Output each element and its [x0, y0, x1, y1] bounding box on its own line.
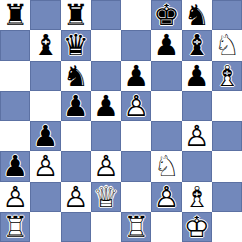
square-h6[interactable]: ♝♗ — [212, 61, 242, 91]
square-a2[interactable]: ♟♙ — [0, 182, 30, 212]
piece-outline: ♖ — [0, 212, 30, 242]
square-h1[interactable] — [212, 212, 242, 242]
piece-white-pawn: ♟♙ — [61, 182, 91, 212]
piece-black-queen: ♛ — [61, 30, 91, 60]
piece-white-king: ♚♔ — [182, 212, 212, 242]
piece-white-bishop: ♝♗ — [182, 182, 212, 212]
piece-black-pawn: ♟ — [182, 61, 212, 91]
piece-outline: ♔ — [182, 212, 212, 242]
square-g2[interactable]: ♝♗ — [182, 182, 212, 212]
square-c3[interactable] — [61, 151, 91, 181]
chess-board: ♜♜♚♞♝♛♟♝♞♘♞♟♟♝♗♟♟♟♙♟♟♙♟♟♙♟♙♞♘♟♙♟♙♛♕♟♙♝♗♜… — [0, 0, 242, 242]
square-g8[interactable]: ♞ — [182, 0, 212, 30]
piece-black-bishop: ♝ — [182, 30, 212, 60]
piece-outline: ♖ — [121, 212, 151, 242]
square-e7[interactable] — [121, 30, 151, 60]
piece-outline: ♗ — [212, 61, 242, 91]
square-a7[interactable] — [0, 30, 30, 60]
piece-outline: ♙ — [91, 151, 121, 181]
piece-outline: ♙ — [121, 91, 151, 121]
square-b1[interactable] — [30, 212, 60, 242]
piece-outline: ♕ — [91, 182, 121, 212]
square-c2[interactable]: ♟♙ — [61, 182, 91, 212]
square-f7[interactable]: ♟ — [151, 30, 181, 60]
square-c1[interactable] — [61, 212, 91, 242]
square-f3[interactable]: ♞♘ — [151, 151, 181, 181]
square-c6[interactable]: ♞ — [61, 61, 91, 91]
piece-white-pawn: ♟♙ — [182, 121, 212, 151]
square-h4[interactable] — [212, 121, 242, 151]
piece-outline: ♙ — [30, 151, 60, 181]
square-f5[interactable] — [151, 91, 181, 121]
piece-outline: ♘ — [151, 151, 181, 181]
square-b4[interactable]: ♟ — [30, 121, 60, 151]
piece-black-pawn: ♟ — [121, 61, 151, 91]
square-g3[interactable] — [182, 151, 212, 181]
piece-outline: ♙ — [182, 121, 212, 151]
square-h3[interactable] — [212, 151, 242, 181]
piece-black-pawn: ♟ — [30, 121, 60, 151]
square-h2[interactable] — [212, 182, 242, 212]
square-a4[interactable] — [0, 121, 30, 151]
piece-outline: ♗ — [182, 182, 212, 212]
square-e2[interactable] — [121, 182, 151, 212]
square-h5[interactable] — [212, 91, 242, 121]
piece-white-pawn: ♟♙ — [30, 151, 60, 181]
piece-white-pawn: ♟♙ — [151, 182, 181, 212]
piece-white-pawn: ♟♙ — [121, 91, 151, 121]
piece-white-rook: ♜♖ — [0, 212, 30, 242]
square-d1[interactable] — [91, 212, 121, 242]
square-f8[interactable]: ♚ — [151, 0, 181, 30]
square-g7[interactable]: ♝ — [182, 30, 212, 60]
square-b8[interactable] — [30, 0, 60, 30]
square-g5[interactable] — [182, 91, 212, 121]
square-e8[interactable] — [121, 0, 151, 30]
piece-white-knight: ♞♘ — [212, 30, 242, 60]
square-c8[interactable]: ♜ — [61, 0, 91, 30]
piece-black-king: ♚ — [151, 0, 181, 30]
square-a5[interactable] — [0, 91, 30, 121]
piece-black-knight: ♞ — [61, 61, 91, 91]
piece-white-knight: ♞♘ — [151, 151, 181, 181]
square-e3[interactable] — [121, 151, 151, 181]
square-f1[interactable] — [151, 212, 181, 242]
square-a8[interactable]: ♜ — [0, 0, 30, 30]
piece-outline: ♙ — [61, 182, 91, 212]
square-b2[interactable] — [30, 182, 60, 212]
square-g6[interactable]: ♟ — [182, 61, 212, 91]
square-a1[interactable]: ♜♖ — [0, 212, 30, 242]
square-c7[interactable]: ♛ — [61, 30, 91, 60]
square-e5[interactable]: ♟♙ — [121, 91, 151, 121]
square-d4[interactable] — [91, 121, 121, 151]
piece-black-knight: ♞ — [182, 0, 212, 30]
square-f4[interactable] — [151, 121, 181, 151]
piece-black-pawn: ♟ — [0, 151, 30, 181]
square-e1[interactable]: ♜♖ — [121, 212, 151, 242]
piece-black-bishop: ♝ — [30, 30, 60, 60]
square-h8[interactable] — [212, 0, 242, 30]
square-f2[interactable]: ♟♙ — [151, 182, 181, 212]
square-e6[interactable]: ♟ — [121, 61, 151, 91]
square-e4[interactable] — [121, 121, 151, 151]
piece-white-rook: ♜♖ — [121, 212, 151, 242]
square-f6[interactable] — [151, 61, 181, 91]
square-d5[interactable]: ♟ — [91, 91, 121, 121]
square-b5[interactable] — [30, 91, 60, 121]
square-a3[interactable]: ♟ — [0, 151, 30, 181]
piece-outline: ♙ — [151, 182, 181, 212]
square-d6[interactable] — [91, 61, 121, 91]
square-g4[interactable]: ♟♙ — [182, 121, 212, 151]
piece-black-pawn: ♟ — [151, 30, 181, 60]
square-c4[interactable] — [61, 121, 91, 151]
piece-outline: ♘ — [212, 30, 242, 60]
piece-black-pawn: ♟ — [91, 91, 121, 121]
piece-black-rook: ♜ — [61, 0, 91, 30]
square-c5[interactable]: ♟ — [61, 91, 91, 121]
square-b3[interactable]: ♟♙ — [30, 151, 60, 181]
piece-white-pawn: ♟♙ — [0, 182, 30, 212]
piece-outline: ♙ — [0, 182, 30, 212]
piece-white-pawn: ♟♙ — [91, 151, 121, 181]
square-d7[interactable] — [91, 30, 121, 60]
square-a6[interactable] — [0, 61, 30, 91]
piece-black-rook: ♜ — [0, 0, 30, 30]
square-d8[interactable] — [91, 0, 121, 30]
piece-black-pawn: ♟ — [61, 91, 91, 121]
square-d2[interactable]: ♛♕ — [91, 182, 121, 212]
square-g1[interactable]: ♚♔ — [182, 212, 212, 242]
piece-white-queen: ♛♕ — [91, 182, 121, 212]
square-b6[interactable] — [30, 61, 60, 91]
square-d3[interactable]: ♟♙ — [91, 151, 121, 181]
piece-white-bishop: ♝♗ — [212, 61, 242, 91]
square-h7[interactable]: ♞♘ — [212, 30, 242, 60]
square-b7[interactable]: ♝ — [30, 30, 60, 60]
